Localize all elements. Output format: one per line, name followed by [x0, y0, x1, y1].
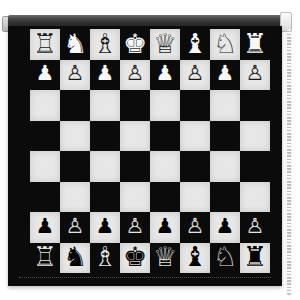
square-f2: ♟	[90, 60, 120, 91]
square-f3	[90, 90, 120, 121]
square-a7: ♙	[240, 212, 270, 243]
white-king-piece: ♚	[123, 30, 147, 57]
black-pawn-piece: ♟	[156, 216, 175, 237]
white-pawn-piece: ♙	[126, 63, 145, 84]
black-pawn-piece: ♙	[126, 216, 145, 237]
black-pawn-piece: ♟	[96, 216, 115, 237]
square-c2: ♙	[180, 60, 210, 91]
square-d6	[150, 182, 180, 213]
square-e5	[120, 151, 150, 182]
square-a5	[240, 151, 270, 182]
square-c8: ♝	[180, 243, 210, 274]
hem-stitch-line	[19, 277, 271, 278]
black-rook-piece: ♖	[33, 243, 57, 270]
square-g3	[60, 90, 90, 121]
square-b8: ♘	[210, 243, 240, 274]
square-g1: ♞	[60, 29, 90, 60]
white-knight-piece: ♘	[213, 30, 237, 57]
blind-fabric: ♖♞♗♚♕♝♘♜♟♙♟♙♟♙♟♙♟♙♟♙♟♙♟♙♖♞♗♚♕♝♘♜	[8, 26, 282, 286]
square-d5	[150, 151, 180, 182]
white-bishop-piece: ♝	[183, 30, 207, 57]
white-queen-piece: ♕	[153, 30, 177, 57]
white-knight-piece: ♞	[63, 30, 87, 57]
square-h8: ♖	[30, 243, 60, 274]
square-d7: ♟	[150, 212, 180, 243]
square-f7: ♟	[90, 212, 120, 243]
white-bishop-piece: ♗	[93, 30, 117, 57]
white-rook-piece: ♖	[33, 30, 57, 57]
white-rook-piece: ♜	[243, 30, 267, 57]
square-e2: ♙	[120, 60, 150, 91]
square-c6	[180, 182, 210, 213]
black-king-piece: ♚	[123, 243, 147, 270]
square-a3	[240, 90, 270, 121]
square-b7: ♟	[210, 212, 240, 243]
square-c7: ♙	[180, 212, 210, 243]
square-g5	[60, 151, 90, 182]
square-d8: ♕	[150, 243, 180, 274]
square-c4	[180, 121, 210, 152]
white-pawn-piece: ♟	[156, 63, 175, 84]
white-pawn-piece: ♟	[36, 63, 55, 84]
black-bishop-piece: ♝	[183, 243, 207, 270]
square-g7: ♙	[60, 212, 90, 243]
square-a8: ♜	[240, 243, 270, 274]
square-g2: ♙	[60, 60, 90, 91]
square-f1: ♗	[90, 29, 120, 60]
square-h6	[30, 182, 60, 213]
black-knight-piece: ♘	[213, 243, 237, 270]
square-c3	[180, 90, 210, 121]
pull-chain	[287, 29, 291, 295]
square-d3	[150, 90, 180, 121]
black-pawn-piece: ♙	[246, 216, 265, 237]
white-pawn-piece: ♙	[246, 63, 265, 84]
square-e4	[120, 121, 150, 152]
square-d2: ♟	[150, 60, 180, 91]
square-a4	[240, 121, 270, 152]
white-pawn-piece: ♙	[186, 63, 205, 84]
black-pawn-piece: ♟	[36, 216, 55, 237]
square-g6	[60, 182, 90, 213]
square-h4	[30, 121, 60, 152]
square-b6	[210, 182, 240, 213]
square-b3	[210, 90, 240, 121]
black-rook-piece: ♜	[243, 243, 267, 270]
square-b1: ♘	[210, 29, 240, 60]
square-a6	[240, 182, 270, 213]
square-h7: ♟	[30, 212, 60, 243]
square-e6	[120, 182, 150, 213]
square-h3	[30, 90, 60, 121]
square-e3	[120, 90, 150, 121]
chessboard: ♖♞♗♚♕♝♘♜♟♙♟♙♟♙♟♙♟♙♟♙♟♙♟♙♖♞♗♚♕♝♘♜	[30, 29, 270, 273]
black-queen-piece: ♕	[153, 243, 177, 270]
square-f5	[90, 151, 120, 182]
square-b5	[210, 151, 240, 182]
black-pawn-piece: ♟	[216, 216, 235, 237]
white-pawn-piece: ♙	[66, 63, 85, 84]
square-b4	[210, 121, 240, 152]
square-g8: ♞	[60, 243, 90, 274]
black-pawn-piece: ♙	[186, 216, 205, 237]
white-pawn-piece: ♟	[216, 63, 235, 84]
square-f4	[90, 121, 120, 152]
square-c1: ♝	[180, 29, 210, 60]
square-e1: ♚	[120, 29, 150, 60]
square-d1: ♕	[150, 29, 180, 60]
square-b2: ♟	[210, 60, 240, 91]
square-h2: ♟	[30, 60, 60, 91]
square-c5	[180, 151, 210, 182]
white-pawn-piece: ♟	[96, 63, 115, 84]
black-bishop-piece: ♗	[93, 243, 117, 270]
square-f8: ♗	[90, 243, 120, 274]
black-knight-piece: ♞	[63, 243, 87, 270]
black-pawn-piece: ♙	[66, 216, 85, 237]
square-h1: ♖	[30, 29, 60, 60]
square-e8: ♚	[120, 243, 150, 274]
square-d4	[150, 121, 180, 152]
square-f6	[90, 182, 120, 213]
square-e7: ♙	[120, 212, 150, 243]
square-g4	[60, 121, 90, 152]
product-photo: ♖♞♗♚♕♝♘♜♟♙♟♙♟♙♟♙♟♙♟♙♟♙♟♙♖♞♗♚♕♝♘♜	[0, 0, 300, 300]
square-a1: ♜	[240, 29, 270, 60]
square-h5	[30, 151, 60, 182]
square-a2: ♙	[240, 60, 270, 91]
